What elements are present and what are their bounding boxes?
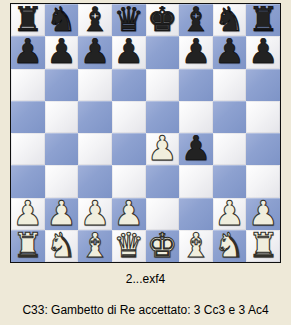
board-frame: ♜♞♝♛♚♝♞♜♟♟♟♟♟♟♟♟♟♟♟♟♟♟♟♜♞♝♛♚♝♞♜: [10, 3, 281, 263]
square-c8[interactable]: ♝: [78, 4, 112, 36]
square-d5[interactable]: [112, 101, 146, 133]
square-a4[interactable]: [11, 133, 45, 165]
square-b6[interactable]: [45, 69, 79, 101]
square-f4[interactable]: ♟: [179, 133, 213, 165]
square-g4[interactable]: [213, 133, 247, 165]
square-e3[interactable]: [146, 165, 180, 197]
white-pawn: ♟: [13, 198, 43, 230]
square-g2[interactable]: ♟: [213, 198, 247, 230]
black-pawn: ♟: [181, 133, 211, 165]
square-c1[interactable]: ♝: [78, 230, 112, 262]
square-h8[interactable]: ♜: [246, 4, 280, 36]
square-f8[interactable]: ♝: [179, 4, 213, 36]
square-a7[interactable]: ♟: [11, 36, 45, 68]
square-b8[interactable]: ♞: [45, 4, 79, 36]
black-pawn: ♟: [46, 36, 76, 68]
square-e8[interactable]: ♚: [146, 4, 180, 36]
square-c2[interactable]: ♟: [78, 198, 112, 230]
black-bishop: ♝: [181, 4, 211, 36]
square-d4[interactable]: [112, 133, 146, 165]
black-pawn: ♟: [181, 36, 211, 68]
square-g7[interactable]: ♟: [213, 36, 247, 68]
white-bishop: ♝: [80, 230, 110, 262]
square-g6[interactable]: [213, 69, 247, 101]
square-a6[interactable]: [11, 69, 45, 101]
square-c4[interactable]: [78, 133, 112, 165]
black-king: ♚: [147, 4, 177, 36]
square-h5[interactable]: [246, 101, 280, 133]
square-e4[interactable]: ♟: [146, 133, 180, 165]
square-d7[interactable]: ♟: [112, 36, 146, 68]
square-c6[interactable]: [78, 69, 112, 101]
square-b4[interactable]: [45, 133, 79, 165]
black-knight: ♞: [46, 4, 76, 36]
black-knight: ♞: [214, 4, 244, 36]
square-f3[interactable]: [179, 165, 213, 197]
white-rook: ♜: [248, 230, 278, 262]
square-a1[interactable]: ♜: [11, 230, 45, 262]
black-pawn: ♟: [248, 36, 278, 68]
square-c7[interactable]: ♟: [78, 36, 112, 68]
white-queen: ♛: [113, 230, 143, 262]
white-king: ♚: [147, 230, 177, 262]
square-a2[interactable]: ♟: [11, 198, 45, 230]
square-h2[interactable]: ♟: [246, 198, 280, 230]
square-f6[interactable]: [179, 69, 213, 101]
white-pawn: ♟: [248, 198, 278, 230]
square-d2[interactable]: ♟: [112, 198, 146, 230]
square-c3[interactable]: [78, 165, 112, 197]
square-b1[interactable]: ♞: [45, 230, 79, 262]
square-e5[interactable]: [146, 101, 180, 133]
chess-board: ♜♞♝♛♚♝♞♜♟♟♟♟♟♟♟♟♟♟♟♟♟♟♟♜♞♝♛♚♝♞♜: [11, 4, 280, 262]
white-rook: ♜: [13, 230, 43, 262]
square-d6[interactable]: [112, 69, 146, 101]
square-g5[interactable]: [213, 101, 247, 133]
white-pawn: ♟: [147, 133, 177, 165]
white-knight: ♞: [46, 230, 76, 262]
black-pawn: ♟: [80, 36, 110, 68]
square-a5[interactable]: [11, 101, 45, 133]
square-d1[interactable]: ♛: [112, 230, 146, 262]
square-e7[interactable]: [146, 36, 180, 68]
black-rook: ♜: [13, 4, 43, 36]
square-h7[interactable]: ♟: [246, 36, 280, 68]
square-e1[interactable]: ♚: [146, 230, 180, 262]
square-h1[interactable]: ♜: [246, 230, 280, 262]
square-b3[interactable]: [45, 165, 79, 197]
square-f5[interactable]: [179, 101, 213, 133]
white-pawn: ♟: [46, 198, 76, 230]
white-pawn: ♟: [80, 198, 110, 230]
black-pawn: ♟: [113, 36, 143, 68]
move-label: 2...exf4: [0, 272, 291, 286]
square-g1[interactable]: ♞: [213, 230, 247, 262]
black-queen: ♛: [113, 4, 143, 36]
white-pawn: ♟: [214, 198, 244, 230]
square-a8[interactable]: ♜: [11, 4, 45, 36]
white-knight: ♞: [214, 230, 244, 262]
black-pawn: ♟: [13, 36, 43, 68]
white-bishop: ♝: [181, 230, 211, 262]
square-d8[interactable]: ♛: [112, 4, 146, 36]
square-b7[interactable]: ♟: [45, 36, 79, 68]
square-b2[interactable]: ♟: [45, 198, 79, 230]
black-pawn: ♟: [214, 36, 244, 68]
black-rook: ♜: [248, 4, 278, 36]
square-a3[interactable]: [11, 165, 45, 197]
chess-diagram: ♜♞♝♛♚♝♞♜♟♟♟♟♟♟♟♟♟♟♟♟♟♟♟♜♞♝♛♚♝♞♜ 2...exf4…: [0, 0, 291, 325]
square-e2[interactable]: [146, 198, 180, 230]
square-h4[interactable]: [246, 133, 280, 165]
square-e6[interactable]: [146, 69, 180, 101]
square-f1[interactable]: ♝: [179, 230, 213, 262]
square-g8[interactable]: ♞: [213, 4, 247, 36]
square-g3[interactable]: [213, 165, 247, 197]
black-bishop: ♝: [80, 4, 110, 36]
square-h3[interactable]: [246, 165, 280, 197]
square-h6[interactable]: [246, 69, 280, 101]
opening-caption: C33: Gambetto di Re accettato: 3 Cc3 e 3…: [0, 303, 291, 317]
square-f2[interactable]: [179, 198, 213, 230]
square-b5[interactable]: [45, 101, 79, 133]
white-pawn: ♟: [113, 198, 143, 230]
square-d3[interactable]: [112, 165, 146, 197]
square-c5[interactable]: [78, 101, 112, 133]
square-f7[interactable]: ♟: [179, 36, 213, 68]
